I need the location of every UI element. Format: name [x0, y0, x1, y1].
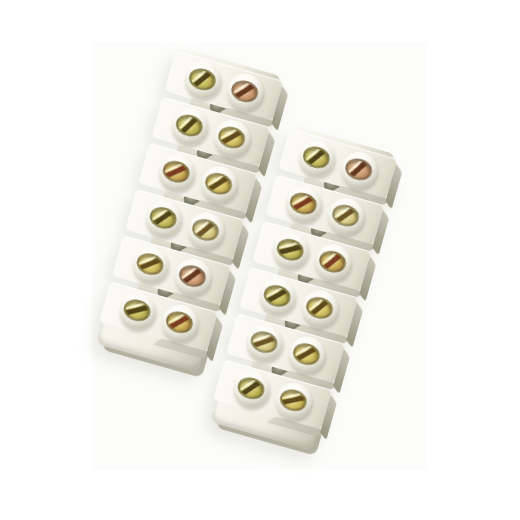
- screw-bore: [134, 250, 166, 278]
- screw-slot: [181, 267, 203, 285]
- screw-collar: [311, 240, 355, 284]
- screw-bore: [343, 155, 375, 183]
- screw-slot: [138, 257, 162, 270]
- screw-bore: [277, 386, 309, 414]
- screw-collar: [295, 136, 339, 180]
- screw-bore: [330, 201, 362, 229]
- screw-bore: [287, 189, 319, 217]
- screw-collar: [181, 58, 225, 102]
- screw-collar: [337, 148, 381, 192]
- screw-bore: [147, 204, 179, 232]
- screw-bore: [316, 247, 348, 275]
- screw-slot: [278, 244, 302, 254]
- screw-collar: [285, 333, 329, 377]
- screw-collar: [255, 274, 299, 318]
- screw-bore: [202, 169, 234, 197]
- screw-slot: [164, 164, 188, 178]
- screw-slot: [252, 335, 276, 347]
- screw-collar: [210, 116, 254, 160]
- screw-collar: [128, 243, 172, 287]
- screw-slot: [281, 395, 305, 404]
- screw-slot: [194, 220, 215, 239]
- screw-collar: [154, 150, 198, 194]
- screw-slot: [167, 314, 190, 330]
- screw-bore: [235, 374, 267, 402]
- screw-slot: [348, 159, 369, 178]
- screw-bore: [186, 65, 218, 93]
- screw-bore: [189, 216, 221, 244]
- screw-slot: [233, 82, 256, 99]
- screw-slot: [179, 115, 199, 135]
- screw-collar: [298, 286, 342, 330]
- screw-bore: [300, 143, 332, 171]
- screw-bore: [173, 111, 205, 139]
- screw-bore: [274, 235, 306, 263]
- screw-slot: [291, 195, 314, 211]
- screw-bore: [160, 157, 192, 185]
- screw-collar: [115, 289, 159, 333]
- screw-collar: [223, 70, 267, 114]
- screw-bore: [121, 296, 153, 324]
- screw-collar: [281, 182, 325, 226]
- screw-bore: [290, 340, 322, 368]
- screw-collar: [242, 321, 286, 365]
- screw-collar: [324, 194, 368, 238]
- screw-slot: [220, 129, 243, 145]
- screw-slot: [308, 298, 329, 317]
- product-photo: [0, 0, 520, 520]
- screw-slot: [191, 69, 212, 88]
- screw-slot: [265, 288, 288, 304]
- screw-bore: [303, 294, 335, 322]
- screw-slot: [152, 209, 174, 226]
- screw-bore: [229, 77, 261, 105]
- screw-collar: [141, 196, 185, 240]
- screw-slot: [207, 175, 230, 192]
- screw-collar: [167, 104, 211, 148]
- screw-collar: [229, 367, 273, 411]
- screw-collar: [272, 379, 316, 423]
- screw-slot: [240, 379, 262, 396]
- screw-bore: [163, 308, 195, 336]
- screw-bore: [216, 123, 248, 151]
- screw-slot: [295, 346, 318, 362]
- screw-slot: [125, 305, 149, 315]
- screw-bore: [248, 328, 280, 356]
- screw-collar: [268, 228, 312, 272]
- screw-collar: [171, 255, 215, 299]
- screw-slot: [305, 147, 326, 166]
- screw-bore: [261, 282, 293, 310]
- screw-collar: [184, 208, 228, 252]
- screw-bore: [176, 262, 208, 290]
- screw-slot: [334, 206, 356, 223]
- screw-collar: [158, 301, 202, 345]
- screw-slot: [322, 252, 343, 271]
- screw-collar: [197, 162, 241, 206]
